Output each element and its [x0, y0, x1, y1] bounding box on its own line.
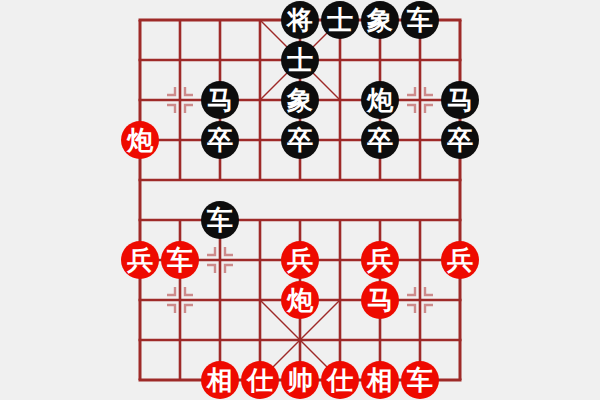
- board-intersection[interactable]: 象: [280, 80, 320, 120]
- board-intersection[interactable]: [320, 160, 360, 200]
- board-intersection[interactable]: [400, 200, 440, 240]
- piece-red-cannon[interactable]: 炮: [121, 121, 159, 159]
- board-intersection[interactable]: [440, 40, 480, 80]
- board-intersection[interactable]: [200, 320, 240, 360]
- board-intersection[interactable]: 车: [400, 360, 440, 400]
- board-intersection[interactable]: 士: [320, 0, 360, 40]
- board-intersection[interactable]: [200, 160, 240, 200]
- board-intersection[interactable]: [440, 200, 480, 240]
- board-intersection[interactable]: 马: [200, 80, 240, 120]
- piece-black-horse[interactable]: 马: [441, 81, 479, 119]
- piece-red-soldier[interactable]: 兵: [361, 241, 399, 279]
- piece-black-general[interactable]: 将: [281, 1, 319, 39]
- board-intersection[interactable]: [160, 80, 200, 120]
- board-intersection[interactable]: [160, 0, 200, 40]
- board-intersection[interactable]: 帅: [280, 360, 320, 400]
- board-intersection[interactable]: 马: [440, 80, 480, 120]
- board-intersection[interactable]: 仕: [240, 360, 280, 400]
- board-intersection[interactable]: [320, 80, 360, 120]
- piece-red-horse[interactable]: 马: [361, 281, 399, 319]
- board-intersection[interactable]: [240, 160, 280, 200]
- board-intersection[interactable]: 车: [400, 0, 440, 40]
- board-intersection[interactable]: 象: [360, 0, 400, 40]
- piece-black-soldier[interactable]: 卒: [201, 121, 239, 159]
- piece-black-chariot[interactable]: 车: [401, 1, 439, 39]
- board-intersection[interactable]: [400, 280, 440, 320]
- board-intersection[interactable]: [120, 40, 160, 80]
- board-intersection[interactable]: [160, 200, 200, 240]
- board-intersection[interactable]: [240, 120, 280, 160]
- board-intersection[interactable]: [400, 80, 440, 120]
- board-intersection[interactable]: 仕: [320, 360, 360, 400]
- board-intersection[interactable]: [160, 120, 200, 160]
- board-intersection[interactable]: [440, 0, 480, 40]
- piece-red-cannon[interactable]: 炮: [281, 281, 319, 319]
- board-intersection[interactable]: [120, 280, 160, 320]
- board-intersection[interactable]: [240, 320, 280, 360]
- board-intersection[interactable]: [200, 40, 240, 80]
- piece-black-advisor[interactable]: 士: [281, 41, 319, 79]
- board-intersection[interactable]: 相: [360, 360, 400, 400]
- board-intersection[interactable]: 卒: [440, 120, 480, 160]
- board-intersection[interactable]: [240, 240, 280, 280]
- board-intersection[interactable]: [360, 40, 400, 80]
- board-intersection[interactable]: [200, 240, 240, 280]
- board-intersection[interactable]: [440, 160, 480, 200]
- board-intersection[interactable]: [160, 40, 200, 80]
- piece-red-soldier[interactable]: 兵: [441, 241, 479, 279]
- board-intersection[interactable]: [120, 80, 160, 120]
- board-intersection[interactable]: [160, 320, 200, 360]
- piece-black-chariot[interactable]: 车: [201, 201, 239, 239]
- board-intersection[interactable]: 卒: [280, 120, 320, 160]
- board-intersection[interactable]: [280, 320, 320, 360]
- board-intersection[interactable]: [280, 160, 320, 200]
- board-intersection[interactable]: [360, 200, 400, 240]
- piece-red-soldier[interactable]: 兵: [281, 241, 319, 279]
- board-intersection[interactable]: 兵: [280, 240, 320, 280]
- board-intersection[interactable]: [440, 360, 480, 400]
- board-intersection[interactable]: [400, 40, 440, 80]
- board-intersection[interactable]: [360, 320, 400, 360]
- board-intersection[interactable]: [360, 160, 400, 200]
- board-intersection[interactable]: 兵: [440, 240, 480, 280]
- board-intersection[interactable]: [440, 320, 480, 360]
- piece-red-advisor[interactable]: 仕: [241, 361, 279, 399]
- board-intersection[interactable]: [240, 40, 280, 80]
- board-intersection[interactable]: [120, 360, 160, 400]
- board-intersection[interactable]: [200, 0, 240, 40]
- board-intersection[interactable]: [200, 280, 240, 320]
- board-intersection[interactable]: [280, 200, 320, 240]
- board-intersection[interactable]: [240, 80, 280, 120]
- piece-black-elephant[interactable]: 象: [281, 81, 319, 119]
- piece-red-elephant[interactable]: 相: [201, 361, 239, 399]
- board-intersection[interactable]: [160, 280, 200, 320]
- board-intersection[interactable]: [400, 240, 440, 280]
- board-intersection[interactable]: [400, 120, 440, 160]
- piece-black-cannon[interactable]: 炮: [361, 81, 399, 119]
- piece-black-soldier[interactable]: 卒: [441, 121, 479, 159]
- piece-red-general[interactable]: 帅: [281, 361, 319, 399]
- board-intersection[interactable]: 炮: [120, 120, 160, 160]
- board-intersection[interactable]: [320, 320, 360, 360]
- board-intersection[interactable]: 卒: [360, 120, 400, 160]
- board-intersection[interactable]: 士: [280, 40, 320, 80]
- board-intersection[interactable]: 卒: [200, 120, 240, 160]
- piece-red-elephant[interactable]: 相: [361, 361, 399, 399]
- board-intersection[interactable]: [120, 160, 160, 200]
- board-intersection[interactable]: [320, 280, 360, 320]
- board-intersection[interactable]: 马: [360, 280, 400, 320]
- board-intersection[interactable]: [440, 280, 480, 320]
- board-intersection[interactable]: [320, 200, 360, 240]
- piece-black-soldier[interactable]: 卒: [361, 121, 399, 159]
- board-intersection[interactable]: [160, 360, 200, 400]
- board-intersection[interactable]: [320, 240, 360, 280]
- board-intersection[interactable]: [240, 0, 280, 40]
- piece-red-chariot[interactable]: 车: [161, 241, 199, 279]
- board-intersection[interactable]: 车: [200, 200, 240, 240]
- piece-red-chariot[interactable]: 车: [401, 361, 439, 399]
- board-intersection[interactable]: [120, 0, 160, 40]
- piece-red-soldier[interactable]: 兵: [121, 241, 159, 279]
- board-intersection[interactable]: 将: [280, 0, 320, 40]
- board-intersection[interactable]: [320, 120, 360, 160]
- piece-black-advisor[interactable]: 士: [321, 1, 359, 39]
- xiangqi-diagram: 将士象车士马象炮马炮卒卒卒卒车兵车兵兵兵炮马相仕帅仕相车: [0, 0, 600, 400]
- piece-black-elephant[interactable]: 象: [361, 1, 399, 39]
- piece-red-advisor[interactable]: 仕: [321, 361, 359, 399]
- piece-black-soldier[interactable]: 卒: [281, 121, 319, 159]
- xiangqi-board: 将士象车士马象炮马炮卒卒卒卒车兵车兵兵兵炮马相仕帅仕相车: [120, 0, 480, 400]
- board-intersection[interactable]: [400, 160, 440, 200]
- board-intersection[interactable]: 相: [200, 360, 240, 400]
- board-intersection[interactable]: 车: [160, 240, 200, 280]
- board-intersection[interactable]: [240, 280, 280, 320]
- board-intersection[interactable]: 炮: [280, 280, 320, 320]
- board-intersection[interactable]: [160, 160, 200, 200]
- board-intersection[interactable]: [120, 200, 160, 240]
- board-intersection[interactable]: [400, 320, 440, 360]
- board-intersection[interactable]: 兵: [360, 240, 400, 280]
- board-intersection[interactable]: [320, 40, 360, 80]
- board-intersection[interactable]: [240, 200, 280, 240]
- board-intersection[interactable]: 炮: [360, 80, 400, 120]
- board-intersection[interactable]: 兵: [120, 240, 160, 280]
- board-intersection[interactable]: [120, 320, 160, 360]
- piece-black-horse[interactable]: 马: [201, 81, 239, 119]
